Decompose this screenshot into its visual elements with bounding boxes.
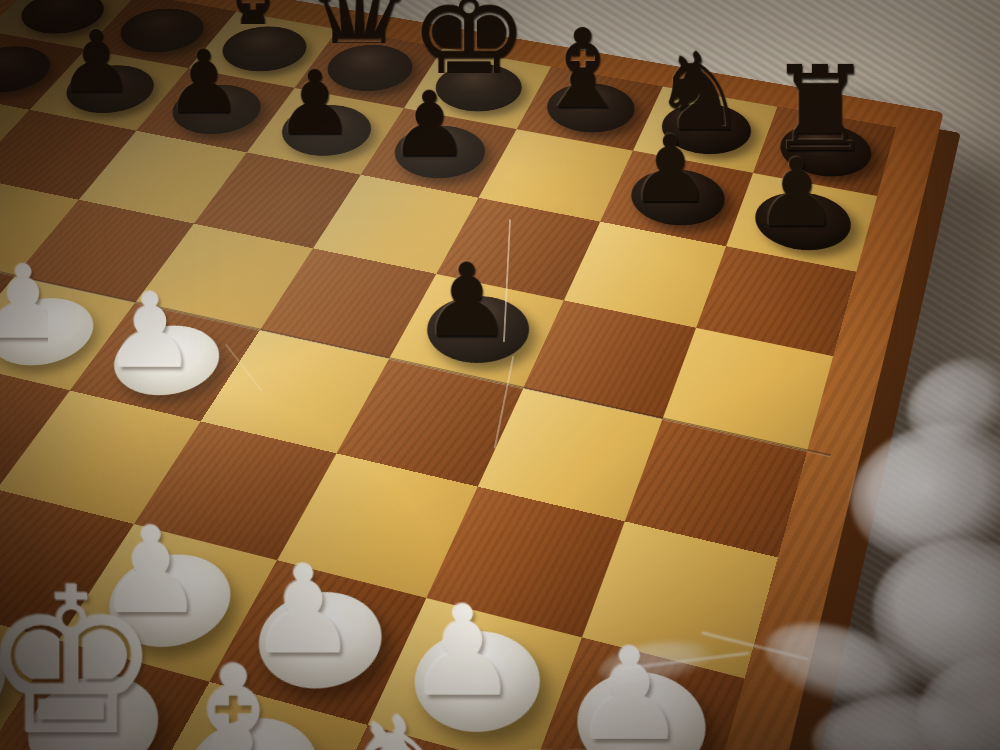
piece-white-rook-h1[interactable]: ♜	[500, 729, 663, 750]
piece-white-knight-g1[interactable]: ♞	[330, 695, 477, 750]
piece-white-king-e1[interactable]: ♚	[0, 561, 162, 750]
piece-white-pawn-c4[interactable]: ♟	[0, 252, 69, 354]
chess-board-scene: ♜♞♝♛♚♝♞♜♟♟♟♟♟♟♟♟♟♟♟♟♟♟♟♟♜♞♝♛♚♝♞♜	[0, 0, 860, 750]
piece-black-pawn-b7[interactable]: ♟	[58, 20, 135, 105]
piece-black-bishop-f8[interactable]: ♝	[533, 15, 631, 124]
board-playing-area: ♜♞♝♛♚♝♞♜♟♟♟♟♟♟♟♟♟♟♟♟♟♟♟♟♜♞♝♛♚♝♞♜	[0, 0, 896, 750]
piece-white-pawn-d4[interactable]: ♟	[104, 280, 197, 383]
piece-black-pawn-c7[interactable]: ♟	[165, 39, 243, 126]
piece-black-pawn-a7[interactable]: ♟	[0, 1, 29, 85]
piece-black-pawn-h7[interactable]: ♟	[754, 146, 838, 240]
piece-black-pawn-e7[interactable]: ♟	[389, 80, 469, 170]
piece-white-bishop-f1[interactable]: ♝	[160, 645, 308, 750]
piece-black-pawn-f5[interactable]: ♟	[421, 250, 512, 351]
piece-black-pawn-g7[interactable]: ♟	[629, 123, 712, 216]
piece-black-pawn-d7[interactable]: ♟	[275, 59, 354, 147]
